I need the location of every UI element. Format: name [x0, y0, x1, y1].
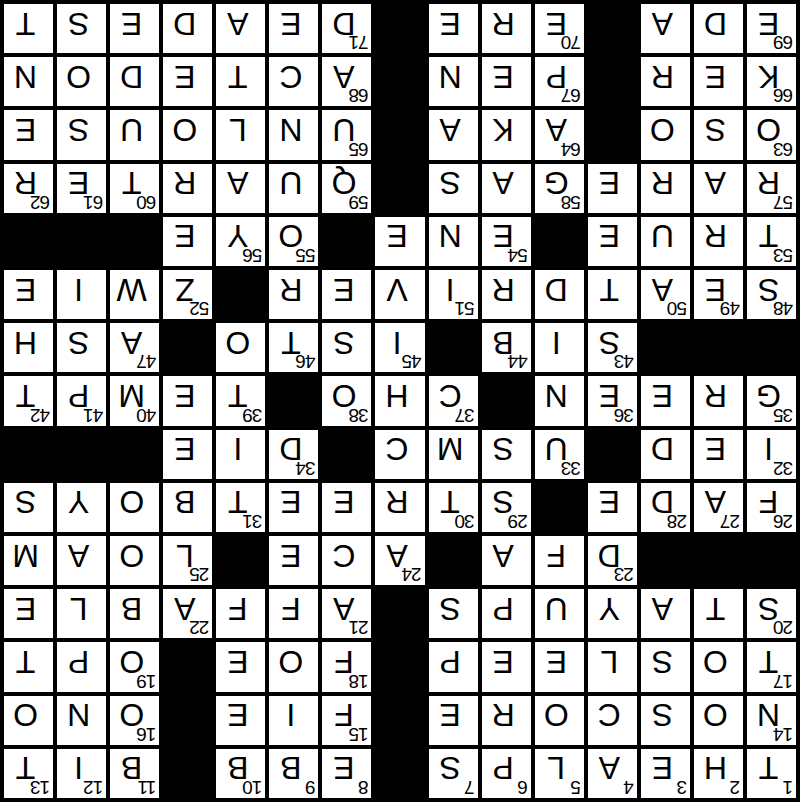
cell-r4c9[interactable]: 21A — [322, 589, 371, 638]
cell-letter: A — [322, 589, 365, 628]
cell-letter: S — [747, 589, 790, 628]
cell-r9c13[interactable]: 47A — [110, 323, 159, 372]
cell-letter: B — [110, 589, 153, 628]
cell-letter: U — [269, 164, 312, 203]
cell-r5c13[interactable]: O — [110, 536, 159, 585]
cell-r3c10[interactable]: O — [269, 642, 318, 691]
black-cell-r8c10 — [269, 376, 318, 425]
cell-r9c11[interactable]: O — [216, 323, 265, 372]
cell-r1c13[interactable]: 11B — [110, 749, 159, 798]
cell-r4c11[interactable]: F — [216, 589, 265, 638]
cell-letter: O — [641, 110, 684, 149]
cell-letter: E — [269, 536, 312, 575]
cell-r13c9[interactable]: 65U — [322, 110, 371, 159]
cell-r14c11[interactable]: T — [216, 57, 265, 106]
cell-letter: E — [163, 376, 206, 415]
cell-letter: O — [694, 642, 737, 681]
cell-letter: O — [694, 696, 737, 735]
cell-r9c9[interactable]: S — [322, 323, 371, 372]
cell-letter: C — [375, 430, 418, 469]
cell-r1c2[interactable]: 2H — [694, 749, 743, 798]
cell-r12c3[interactable]: R — [641, 164, 690, 213]
cell-r13c3[interactable]: O — [641, 110, 690, 159]
cell-letter: I — [429, 270, 472, 309]
cell-letter: R — [641, 57, 684, 96]
cell-r11c3[interactable]: U — [641, 217, 690, 266]
black-cell-r13c4 — [588, 110, 637, 159]
cell-letter: R — [482, 4, 525, 43]
cell-letter: T — [429, 483, 472, 522]
cell-letter: Y — [57, 483, 100, 522]
cell-r4c14[interactable]: L — [57, 589, 106, 638]
cell-r5c14[interactable]: A — [57, 536, 106, 585]
cell-r8c11[interactable]: 39T — [216, 376, 265, 425]
cell-r3c9[interactable]: 18F — [322, 642, 371, 691]
cell-letter: M — [429, 430, 472, 469]
cell-r15c7[interactable]: E — [429, 4, 478, 53]
cell-r11c1[interactable]: 53T — [747, 217, 796, 266]
cell-r10c8[interactable]: V — [375, 270, 424, 319]
cell-r9c8[interactable]: 45I — [375, 323, 424, 372]
cell-letter: Y — [216, 217, 259, 256]
cell-r5c10[interactable]: E — [269, 536, 318, 585]
cell-r4c2[interactable]: T — [694, 589, 743, 638]
cell-r5c9[interactable]: C — [322, 536, 371, 585]
cell-r13c10[interactable]: N — [269, 110, 318, 159]
cell-r15c9[interactable]: 71D — [322, 4, 371, 53]
cell-letter: O — [216, 323, 259, 362]
cell-letter: H — [694, 749, 737, 788]
cell-letter: R — [747, 164, 790, 203]
cell-letter: D — [588, 536, 631, 575]
cell-letter: B — [163, 483, 206, 522]
cell-letter: E — [429, 4, 472, 43]
cell-r10c6[interactable]: R — [482, 270, 531, 319]
cell-r6c14[interactable]: Y — [57, 483, 106, 532]
cell-r15c13[interactable]: E — [110, 4, 159, 53]
cell-r5c15[interactable]: M — [4, 536, 53, 585]
cell-letter: A — [216, 4, 259, 43]
cell-r5c8[interactable]: 24A — [375, 536, 424, 585]
cell-r15c6[interactable]: R — [482, 4, 531, 53]
black-cell-r5c7 — [429, 536, 478, 585]
cell-r8c15[interactable]: 42T — [4, 376, 53, 425]
cell-r5c6[interactable]: A — [482, 536, 531, 585]
cell-r10c9[interactable]: E — [322, 270, 371, 319]
cell-r13c13[interactable]: U — [110, 110, 159, 159]
cell-r10c5[interactable]: D — [535, 270, 584, 319]
cell-letter: E — [163, 430, 206, 469]
cell-r12c1[interactable]: 57R — [747, 164, 796, 213]
cell-r2c6[interactable]: R — [482, 696, 531, 745]
cell-r11c12[interactable]: E — [163, 217, 212, 266]
cell-r8c14[interactable]: 41P — [57, 376, 106, 425]
cell-letter: D — [641, 430, 684, 469]
cell-letter: E — [482, 642, 525, 681]
cell-letter: E — [694, 57, 737, 96]
cell-r3c1[interactable]: 17T — [747, 642, 796, 691]
cell-r6c7[interactable]: 30T — [429, 483, 478, 532]
cell-r10c1[interactable]: 48S — [747, 270, 796, 319]
cell-r4c1[interactable]: 20S — [747, 589, 796, 638]
cell-r4c13[interactable]: B — [110, 589, 159, 638]
cell-r15c5[interactable]: 70E — [535, 4, 584, 53]
cell-letter: R — [482, 696, 525, 735]
cell-r10c4[interactable]: T — [588, 270, 637, 319]
cell-letter: D — [641, 483, 684, 522]
cell-r2c13[interactable]: 16O — [110, 696, 159, 745]
cell-r9c15[interactable]: H — [4, 323, 53, 372]
black-cell-r3c12 — [163, 642, 212, 691]
cell-r1c7[interactable]: 7S — [429, 749, 478, 798]
cell-r12c5[interactable]: 58G — [535, 164, 584, 213]
cell-letter: O — [269, 642, 312, 681]
cell-letter: E — [4, 270, 47, 309]
cell-r4c7[interactable]: S — [429, 589, 478, 638]
black-cell-r9c2 — [694, 323, 743, 372]
cell-letter: E — [588, 483, 631, 522]
cell-r13c6[interactable]: K — [482, 110, 531, 159]
black-cell-r15c4 — [588, 4, 637, 53]
cell-letter: E — [163, 57, 206, 96]
cell-letter: O — [747, 110, 790, 149]
cell-letter: D — [110, 57, 153, 96]
cell-letter: I — [747, 430, 790, 469]
cell-r15c14[interactable]: S — [57, 4, 106, 53]
cell-r8c13[interactable]: 40M — [110, 376, 159, 425]
cell-r8c3[interactable]: E — [641, 376, 690, 425]
cell-r14c2[interactable]: E — [694, 57, 743, 106]
cell-r13c11[interactable]: L — [216, 110, 265, 159]
cell-r12c9[interactable]: 59Q — [322, 164, 371, 213]
cell-r12c12[interactable]: R — [163, 164, 212, 213]
cell-r11c7[interactable]: N — [429, 217, 478, 266]
cell-r2c2[interactable]: O — [694, 696, 743, 745]
black-cell-r9c3 — [641, 323, 690, 372]
cell-r10c3[interactable]: 50A — [641, 270, 690, 319]
cell-r2c5[interactable]: O — [535, 696, 584, 745]
cell-r7c3[interactable]: D — [641, 430, 690, 479]
cell-letter: G — [747, 376, 790, 415]
cell-r15c3[interactable]: A — [641, 4, 690, 53]
cell-r7c5[interactable]: 33U — [535, 430, 584, 479]
cell-letter: E — [163, 217, 206, 256]
cell-letter: A — [57, 536, 100, 575]
cell-r9c14[interactable]: S — [57, 323, 106, 372]
cell-r14c1[interactable]: 66K — [747, 57, 796, 106]
cell-letter: S — [482, 483, 525, 522]
cell-r12c7[interactable]: S — [429, 164, 478, 213]
cell-letter: F — [322, 696, 365, 735]
cell-r15c10[interactable]: E — [269, 4, 318, 53]
cell-r7c10[interactable]: 34D — [269, 430, 318, 479]
cell-r14c10[interactable]: C — [269, 57, 318, 106]
cell-r13c7[interactable]: A — [429, 110, 478, 159]
cell-letter: E — [747, 4, 790, 43]
cell-r1c5[interactable]: 5L — [535, 749, 584, 798]
cell-r3c6[interactable]: E — [482, 642, 531, 691]
cell-letter: L — [535, 749, 578, 788]
cell-letter: A — [641, 4, 684, 43]
cell-letter: O — [110, 536, 153, 575]
cell-r4c15[interactable]: E — [4, 589, 53, 638]
cell-letter: S — [322, 323, 365, 362]
cell-r11c4[interactable]: E — [588, 217, 637, 266]
cell-r1c9[interactable]: 8E — [322, 749, 371, 798]
cell-letter: E — [57, 164, 100, 203]
cell-letter: C — [269, 57, 312, 96]
cell-r1c1[interactable]: 1T — [747, 749, 796, 798]
cell-letter: O — [110, 642, 153, 681]
black-cell-r9c12 — [163, 323, 212, 372]
cell-letter: M — [110, 376, 153, 415]
cell-r1c6[interactable]: 6P — [482, 749, 531, 798]
cell-letter: T — [747, 749, 790, 788]
cell-letter: U — [535, 589, 578, 628]
cell-r9c10[interactable]: 46T — [269, 323, 318, 372]
cell-r14c12[interactable]: E — [163, 57, 212, 106]
cell-r11c2[interactable]: R — [694, 217, 743, 266]
black-cell-r11c9 — [322, 217, 371, 266]
cell-r2c15[interactable]: O — [4, 696, 53, 745]
cell-r15c12[interactable]: D — [163, 4, 212, 53]
cell-r3c4[interactable]: L — [588, 642, 637, 691]
cell-letter: U — [535, 430, 578, 469]
cell-letter: O — [4, 696, 47, 735]
black-cell-r15c8 — [375, 4, 424, 53]
cell-letter: P — [535, 57, 578, 96]
cell-letter: T — [4, 4, 47, 43]
cell-r6c2[interactable]: 27A — [694, 483, 743, 532]
cell-r13c5[interactable]: 64A — [535, 110, 584, 159]
black-cell-r3c8 — [375, 642, 424, 691]
cell-letter: B — [269, 749, 312, 788]
cell-r12c14[interactable]: 61E — [57, 164, 106, 213]
cell-r8c2[interactable]: R — [694, 376, 743, 425]
cell-r4c6[interactable]: P — [482, 589, 531, 638]
cell-letter: T — [269, 323, 312, 362]
cell-r6c8[interactable]: R — [375, 483, 424, 532]
cell-letter: T — [588, 270, 631, 309]
cell-letter: M — [4, 536, 47, 575]
cell-letter: P — [482, 749, 525, 788]
cell-r6c11[interactable]: 31T — [216, 483, 265, 532]
cell-r12c11[interactable]: A — [216, 164, 265, 213]
cell-r6c1[interactable]: 26F — [747, 483, 796, 532]
cell-r14c14[interactable]: O — [57, 57, 106, 106]
cell-r6c9[interactable]: E — [322, 483, 371, 532]
cell-letter: F — [322, 642, 365, 681]
cell-r6c6[interactable]: 29S — [482, 483, 531, 532]
black-cell-r2c8 — [375, 696, 424, 745]
cell-letter: T — [747, 642, 790, 681]
cell-r8c8[interactable]: H — [375, 376, 424, 425]
cell-r2c3[interactable]: S — [641, 696, 690, 745]
cell-r12c13[interactable]: 60T — [110, 164, 159, 213]
cell-r8c12[interactable]: E — [163, 376, 212, 425]
cell-letter: Y — [588, 589, 631, 628]
cell-r6c10[interactable]: E — [269, 483, 318, 532]
cell-letter: A — [322, 57, 365, 96]
cell-r2c11[interactable]: E — [216, 696, 265, 745]
cell-r2c10[interactable]: I — [269, 696, 318, 745]
cell-r11c10[interactable]: 55O — [269, 217, 318, 266]
cell-r3c14[interactable]: P — [57, 642, 106, 691]
cell-r8c4[interactable]: 36E — [588, 376, 637, 425]
cell-r7c7[interactable]: M — [429, 430, 478, 479]
cell-r14c6[interactable]: E — [482, 57, 531, 106]
cell-r2c14[interactable]: N — [57, 696, 106, 745]
cell-r10c14[interactable]: I — [57, 270, 106, 319]
cell-letter: O — [163, 110, 206, 149]
cell-r3c7[interactable]: P — [429, 642, 478, 691]
cell-letter: I — [57, 270, 100, 309]
cell-r15c15[interactable]: T — [4, 4, 53, 53]
cell-r2c4[interactable]: C — [588, 696, 637, 745]
cell-r5c4[interactable]: 23D — [588, 536, 637, 585]
cell-letter: R — [375, 483, 418, 522]
cell-r7c1[interactable]: 32I — [747, 430, 796, 479]
cell-r7c11[interactable]: I — [216, 430, 265, 479]
black-cell-r1c12 — [163, 749, 212, 798]
cell-r2c1[interactable]: 14N — [747, 696, 796, 745]
cell-letter: U — [322, 110, 365, 149]
cell-letter: R — [694, 217, 737, 256]
cell-letter: F — [269, 589, 312, 628]
cell-letter: A — [694, 483, 737, 522]
cell-r3c15[interactable]: T — [4, 642, 53, 691]
cell-r8c1[interactable]: 35G — [747, 376, 796, 425]
cell-r8c7[interactable]: 37C — [429, 376, 478, 425]
cell-letter: K — [482, 110, 525, 149]
cell-letter: E — [375, 217, 418, 256]
cell-r14c9[interactable]: 68A — [322, 57, 371, 106]
cell-r8c5[interactable]: N — [535, 376, 584, 425]
cell-letter: D — [535, 270, 578, 309]
cell-letter: B — [482, 323, 525, 362]
cell-letter: O — [57, 57, 100, 96]
cell-r11c6[interactable]: 54E — [482, 217, 531, 266]
cell-r13c12[interactable]: O — [163, 110, 212, 159]
cell-r14c3[interactable]: R — [641, 57, 690, 106]
cell-r3c3[interactable]: S — [641, 642, 690, 691]
cell-r15c11[interactable]: A — [216, 4, 265, 53]
cell-r2c9[interactable]: 15F — [322, 696, 371, 745]
cell-letter: E — [482, 217, 525, 256]
cell-letter: L — [163, 536, 206, 575]
cell-r13c2[interactable]: S — [694, 110, 743, 159]
cell-r5c12[interactable]: 25L — [163, 536, 212, 585]
cell-r10c7[interactable]: 51I — [429, 270, 478, 319]
cell-r10c2[interactable]: 49E — [694, 270, 743, 319]
cell-r1c14[interactable]: 12I — [57, 749, 106, 798]
cell-r7c12[interactable]: E — [163, 430, 212, 479]
cell-r5c5[interactable]: F — [535, 536, 584, 585]
cell-letter: C — [429, 376, 472, 415]
cell-r9c5[interactable]: I — [535, 323, 584, 372]
cell-r11c11[interactable]: 56Y — [216, 217, 265, 266]
cell-r13c15[interactable]: E — [4, 110, 53, 159]
black-cell-r2c12 — [163, 696, 212, 745]
cell-letter: S — [482, 430, 525, 469]
cell-r6c4[interactable]: E — [588, 483, 637, 532]
cell-letter: S — [429, 164, 472, 203]
cell-r1c3[interactable]: 3E — [641, 749, 690, 798]
cell-r14c7[interactable]: N — [429, 57, 478, 106]
cell-letter: F — [216, 589, 259, 628]
cell-letter: R — [269, 270, 312, 309]
cell-letter: L — [216, 110, 259, 149]
cell-r4c12[interactable]: 22A — [163, 589, 212, 638]
cell-r12c2[interactable]: A — [694, 164, 743, 213]
cell-letter: I — [535, 323, 578, 362]
cell-r10c15[interactable]: E — [4, 270, 53, 319]
cell-r10c12[interactable]: 52Z — [163, 270, 212, 319]
cell-r6c13[interactable]: O — [110, 483, 159, 532]
cell-r8c9[interactable]: 38O — [322, 376, 371, 425]
cell-r9c6[interactable]: 44B — [482, 323, 531, 372]
cell-r1c15[interactable]: 13T — [4, 749, 53, 798]
cell-r7c6[interactable]: S — [482, 430, 531, 479]
cell-r14c5[interactable]: 67P — [535, 57, 584, 106]
cell-r3c11[interactable]: E — [216, 642, 265, 691]
cell-r14c13[interactable]: D — [110, 57, 159, 106]
cell-r12c15[interactable]: 62R — [4, 164, 53, 213]
cell-r10c10[interactable]: R — [269, 270, 318, 319]
cell-r3c13[interactable]: 19O — [110, 642, 159, 691]
cell-letter: T — [4, 642, 47, 681]
cell-r15c1[interactable]: 69E — [747, 4, 796, 53]
cell-r13c14[interactable]: S — [57, 110, 106, 159]
cell-letter: S — [57, 4, 100, 43]
cell-letter: E — [429, 696, 472, 735]
cell-letter: U — [641, 217, 684, 256]
cell-r15c2[interactable]: D — [694, 4, 743, 53]
cell-r9c4[interactable]: 43S — [588, 323, 637, 372]
cell-r14c15[interactable]: N — [4, 57, 53, 106]
cell-letter: E — [269, 483, 312, 522]
cell-r6c3[interactable]: 28D — [641, 483, 690, 532]
cell-r6c12[interactable]: B — [163, 483, 212, 532]
cell-letter: S — [641, 642, 684, 681]
cell-letter: T — [694, 589, 737, 628]
cell-letter: P — [57, 642, 100, 681]
cell-r12c10[interactable]: U — [269, 164, 318, 213]
cell-r1c10[interactable]: 9B — [269, 749, 318, 798]
cell-r7c2[interactable]: E — [694, 430, 743, 479]
cell-r4c4[interactable]: Y — [588, 589, 637, 638]
cell-r4c10[interactable]: F — [269, 589, 318, 638]
cell-r4c3[interactable]: A — [641, 589, 690, 638]
cell-r3c5[interactable]: E — [535, 642, 584, 691]
cell-r13c1[interactable]: 63O — [747, 110, 796, 159]
cell-letter: I — [269, 696, 312, 735]
cell-letter: L — [57, 589, 100, 628]
cell-letter: T — [216, 376, 259, 415]
cell-r7c8[interactable]: C — [375, 430, 424, 479]
cell-r10c13[interactable]: W — [110, 270, 159, 319]
cell-r11c8[interactable]: E — [375, 217, 424, 266]
cell-letter: S — [641, 696, 684, 735]
cell-r1c4[interactable]: 4A — [588, 749, 637, 798]
cell-r4c5[interactable]: U — [535, 589, 584, 638]
cell-r6c15[interactable]: S — [4, 483, 53, 532]
cell-r2c7[interactable]: E — [429, 696, 478, 745]
cell-r1c11[interactable]: 10B — [216, 749, 265, 798]
cell-r3c2[interactable]: O — [694, 642, 743, 691]
cell-r12c4[interactable]: E — [588, 164, 637, 213]
cell-r12c6[interactable]: A — [482, 164, 531, 213]
